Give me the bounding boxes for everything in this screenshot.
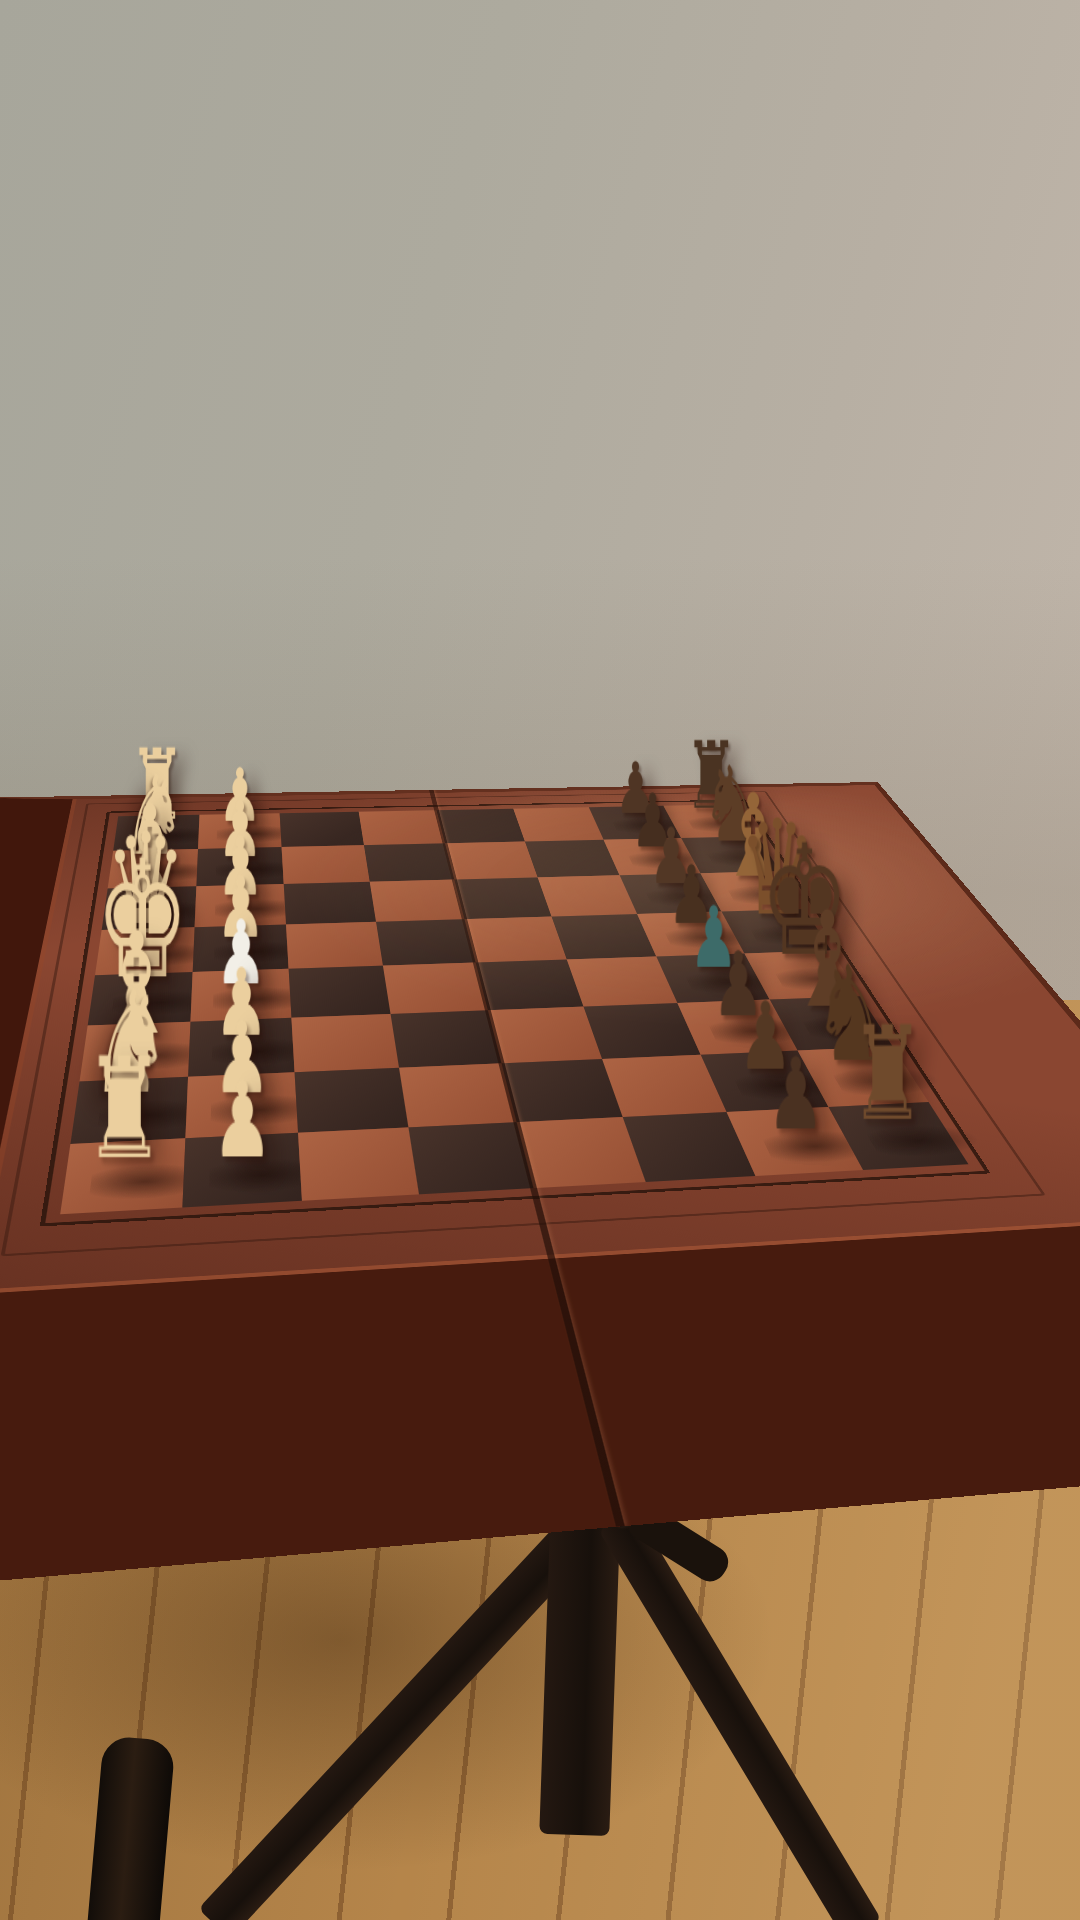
square-c3[interactable] <box>284 882 376 925</box>
square-g3[interactable] <box>295 1068 409 1133</box>
square-h4[interactable] <box>408 1122 533 1194</box>
square-e5[interactable] <box>476 959 584 1010</box>
square-c4[interactable] <box>370 880 465 922</box>
square-g5[interactable] <box>501 1059 622 1122</box>
scene: ♜♟♟♜♞♟♟♞♝♟♟♝♛♟♟♛♚♟♟♚♝♟♟♝♞♟♟♞♜♟♟♜ <box>0 0 1080 1920</box>
square-d5[interactable] <box>464 917 566 963</box>
square-h3[interactable] <box>298 1127 419 1200</box>
square-g4[interactable] <box>399 1063 517 1127</box>
square-b3[interactable] <box>282 845 370 884</box>
square-e4[interactable] <box>383 963 488 1015</box>
folding-chess-table: ♜♟♟♜♞♟♟♞♝♟♟♝♛♟♟♛♚♟♟♚♝♟♟♝♞♟♟♞♜♟♟♜ <box>0 782 1080 1606</box>
square-f4[interactable] <box>391 1010 502 1067</box>
square-a4[interactable] <box>359 810 445 845</box>
square-a5[interactable] <box>436 809 524 844</box>
square-d4[interactable] <box>376 919 476 966</box>
square-g6[interactable] <box>602 1055 727 1117</box>
piece-white-pawn-h2[interactable]: ♟ <box>188 1070 296 1174</box>
square-h2[interactable]: ♟ <box>182 1133 302 1208</box>
square-d6[interactable] <box>552 914 657 959</box>
piece-black-rook-h8[interactable]: ♜ <box>837 1011 939 1141</box>
square-a3[interactable] <box>280 812 364 847</box>
square-b5[interactable] <box>445 842 538 880</box>
piece-white-rook-h1[interactable]: ♜ <box>70 1041 179 1181</box>
square-d3[interactable] <box>286 922 383 969</box>
stand-center-post <box>539 1504 620 1836</box>
square-h1[interactable]: ♜ <box>60 1138 185 1214</box>
piece-black-pawn-h7[interactable]: ♟ <box>744 1046 847 1145</box>
